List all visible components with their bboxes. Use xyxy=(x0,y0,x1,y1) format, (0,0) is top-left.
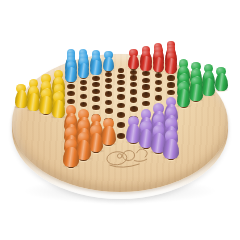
board-hole[interactable] xyxy=(67,99,75,104)
product-photo-scene xyxy=(0,0,240,240)
board-hole[interactable] xyxy=(117,94,125,99)
board-hole[interactable] xyxy=(105,72,112,77)
peg-body xyxy=(177,89,191,107)
board-hole[interactable] xyxy=(117,87,125,92)
board-hole[interactable] xyxy=(80,94,88,99)
board-hole[interactable] xyxy=(67,84,74,89)
board-hole[interactable] xyxy=(92,96,100,101)
peg-green[interactable] xyxy=(215,67,228,91)
peg-red[interactable] xyxy=(128,49,139,70)
peg-body xyxy=(90,60,101,75)
board-hole[interactable] xyxy=(117,112,125,118)
board-hole[interactable] xyxy=(142,78,149,83)
board-hole[interactable] xyxy=(155,95,163,100)
board-hole[interactable] xyxy=(92,89,100,94)
board-hole[interactable] xyxy=(105,91,113,96)
board-hole[interactable] xyxy=(92,82,99,87)
peg-body xyxy=(63,147,78,167)
peg-yellow[interactable] xyxy=(39,89,52,114)
board-hole[interactable] xyxy=(105,108,113,114)
peg-body xyxy=(165,58,177,73)
board-hole[interactable] xyxy=(167,82,175,87)
board-hole[interactable] xyxy=(130,75,137,80)
peg-blue[interactable] xyxy=(103,51,114,72)
board-hole[interactable] xyxy=(92,76,99,81)
board-hole[interactable] xyxy=(105,78,112,83)
board-hole[interactable] xyxy=(67,91,75,96)
peg-body xyxy=(163,139,178,159)
peg-red[interactable] xyxy=(165,52,177,74)
peg-body xyxy=(153,57,165,72)
peg-blue[interactable] xyxy=(90,54,101,75)
peg-body xyxy=(202,78,215,95)
peg-red[interactable] xyxy=(153,51,165,72)
board-hole[interactable] xyxy=(130,70,137,75)
board-hole[interactable] xyxy=(80,80,87,85)
peg-green[interactable] xyxy=(189,77,202,102)
peg-body xyxy=(15,90,28,107)
board-hole[interactable] xyxy=(130,106,138,112)
peg-yellow[interactable] xyxy=(27,86,40,110)
board-hole[interactable] xyxy=(167,75,174,80)
board-hole[interactable] xyxy=(130,97,138,102)
peg-body xyxy=(65,67,77,82)
peg-green[interactable] xyxy=(177,82,191,107)
peg-body xyxy=(78,63,90,78)
peg-green[interactable] xyxy=(202,71,215,95)
peg-blue[interactable] xyxy=(65,61,77,83)
peg-body xyxy=(128,55,139,70)
peg-body xyxy=(215,73,228,90)
board-hole[interactable] xyxy=(117,74,124,79)
peg-body xyxy=(103,57,114,72)
peg-blue[interactable] xyxy=(78,57,90,78)
peg-purple[interactable] xyxy=(163,130,178,158)
peg-orange[interactable] xyxy=(63,139,78,167)
peg-body xyxy=(39,96,52,114)
board-hole[interactable] xyxy=(142,84,150,89)
board-hole[interactable] xyxy=(117,80,124,85)
board-hole[interactable] xyxy=(142,92,150,97)
peg-body xyxy=(189,84,202,102)
board-hole[interactable] xyxy=(130,89,138,94)
peg-red[interactable] xyxy=(140,50,151,71)
peg-body xyxy=(27,93,40,110)
peg-body xyxy=(140,56,151,71)
peg-yellow[interactable] xyxy=(15,84,28,108)
